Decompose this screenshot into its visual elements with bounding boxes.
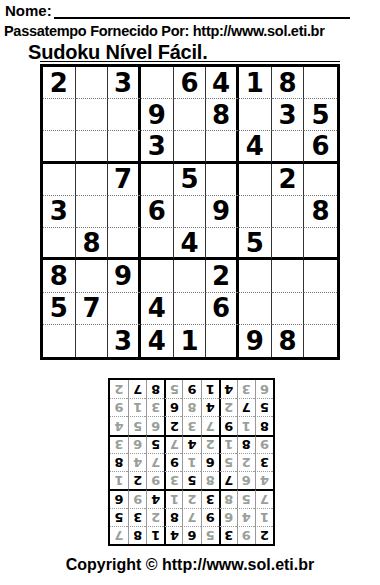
solution-cell: 9 xyxy=(255,435,273,453)
solution-cell: 9 xyxy=(182,380,200,398)
solution-cell: 7 xyxy=(128,380,146,398)
solution-cell: 3 xyxy=(110,435,128,453)
puzzle-cell: 9 xyxy=(206,196,239,228)
solution-cell: 2 xyxy=(128,471,146,489)
solution-cell: 1 xyxy=(146,526,164,544)
solution-cell: 2 xyxy=(237,453,255,471)
puzzle-cell: 8 xyxy=(43,260,76,292)
puzzle-cell xyxy=(76,131,109,163)
puzzle-cell: 1 xyxy=(174,325,207,357)
puzzle-cell xyxy=(272,228,305,260)
solution-cell: 3 xyxy=(237,380,255,398)
solution-cell: 1 xyxy=(255,508,273,526)
puzzle-cell: 5 xyxy=(304,99,337,131)
solution-cell: 8 xyxy=(164,508,182,526)
puzzle-cell xyxy=(43,164,76,196)
solution-cell: 7 xyxy=(219,471,237,489)
solution-cell: 7 xyxy=(110,526,128,544)
solution-cell: 4 xyxy=(146,489,164,507)
puzzle-cell xyxy=(76,196,109,228)
puzzle-cell: 6 xyxy=(141,196,174,228)
puzzle-cell xyxy=(272,293,305,325)
solution-cell: 8 xyxy=(201,471,219,489)
solution-cell: 8 xyxy=(110,453,128,471)
puzzle-cell xyxy=(304,293,337,325)
puzzle-cell xyxy=(76,325,109,357)
provided-by-text: Passatempo Fornecido Por: http://www.sol… xyxy=(4,23,376,39)
puzzle-cell xyxy=(272,131,305,163)
solution-cell: 7 xyxy=(201,416,219,434)
solution-cell: 4 xyxy=(110,416,128,434)
solution-cell: 2 xyxy=(255,526,273,544)
solution-cell: 8 xyxy=(237,435,255,453)
puzzle-cell xyxy=(76,99,109,131)
puzzle-cell xyxy=(304,325,337,357)
solution-cell: 9 xyxy=(237,526,255,544)
puzzle-cell xyxy=(206,131,239,163)
puzzle-cell xyxy=(141,228,174,260)
solution-cell: 3 xyxy=(128,508,146,526)
solution-cell: 5 xyxy=(146,435,164,453)
solution-cell: 2 xyxy=(182,489,200,507)
solution-cell: 6 xyxy=(182,526,200,544)
solution-cell: 5 xyxy=(255,398,273,416)
puzzle-cell xyxy=(239,293,272,325)
puzzle-cell xyxy=(108,228,141,260)
name-label: Nome: xyxy=(5,2,52,19)
puzzle-cell: 8 xyxy=(272,325,305,357)
puzzle-cell xyxy=(76,260,109,292)
solution-cell: 7 xyxy=(146,453,164,471)
puzzle-cell xyxy=(174,99,207,131)
solution-cell: 4 xyxy=(201,398,219,416)
puzzle-cell: 9 xyxy=(239,325,272,357)
solution-cell: 3 xyxy=(146,398,164,416)
solution-cell: 7 xyxy=(237,398,255,416)
puzzle-cell: 8 xyxy=(304,196,337,228)
solution-cell: 6 xyxy=(146,416,164,434)
solution-cell: 9 xyxy=(146,471,164,489)
puzzle-cell: 8 xyxy=(272,67,305,99)
puzzle-cell xyxy=(239,260,272,292)
solution-cell: 1 xyxy=(110,471,128,489)
puzzle-cell: 4 xyxy=(174,228,207,260)
puzzle-cell xyxy=(174,293,207,325)
solution-cell: 3 xyxy=(201,489,219,507)
solution-cell: 9 xyxy=(164,453,182,471)
name-row: Nome: xyxy=(5,2,350,19)
solution-cell: 5 xyxy=(164,380,182,398)
puzzle-cell xyxy=(304,228,337,260)
solution-cell: 4 xyxy=(237,508,255,526)
puzzle-cell: 7 xyxy=(76,293,109,325)
solution-cell: 5 xyxy=(219,453,237,471)
title-underline xyxy=(40,61,340,62)
solution-cell: 3 xyxy=(255,453,273,471)
puzzle-cell: 4 xyxy=(206,67,239,99)
solution-cell: 3 xyxy=(219,526,237,544)
solution-cell: 5 xyxy=(237,489,255,507)
puzzle-cell: 4 xyxy=(141,325,174,357)
puzzle-cell: 8 xyxy=(206,99,239,131)
solution-cell: 9 xyxy=(110,398,128,416)
solution-cell: 4 xyxy=(128,453,146,471)
solution-cell: 2 xyxy=(146,508,164,526)
solution-cell: 3 xyxy=(164,471,182,489)
puzzle-cell xyxy=(108,99,141,131)
solution-cell: 9 xyxy=(219,416,237,434)
solution-cell: 8 xyxy=(128,526,146,544)
puzzle-cell xyxy=(76,67,109,99)
puzzle-cell: 6 xyxy=(304,131,337,163)
puzzle-cell xyxy=(43,325,76,357)
solution-cell: 5 xyxy=(201,526,219,544)
puzzle-cell xyxy=(108,131,141,163)
solution-cell: 7 xyxy=(255,489,273,507)
puzzle-cell: 2 xyxy=(272,164,305,196)
puzzle-cell: 2 xyxy=(43,67,76,99)
solution-cell: 1 xyxy=(219,435,237,453)
puzzle-cell xyxy=(43,99,76,131)
solution-cell: 6 xyxy=(128,435,146,453)
puzzle-cell: 3 xyxy=(272,99,305,131)
puzzle-cell: 5 xyxy=(239,228,272,260)
solution-cell: 4 xyxy=(255,471,273,489)
puzzle-cell: 9 xyxy=(141,99,174,131)
copyright-text: Copyright © http://www.sol.eti.br xyxy=(0,556,380,574)
solution-cell: 4 xyxy=(219,380,237,398)
puzzle-cell: 7 xyxy=(108,164,141,196)
puzzle-cell xyxy=(141,164,174,196)
solution-cell: 6 xyxy=(219,508,237,526)
puzzle-cell xyxy=(206,325,239,357)
solution-cell: 6 xyxy=(237,471,255,489)
solution-cell: 6 xyxy=(110,489,128,507)
puzzle-cell: 5 xyxy=(174,164,207,196)
solution-cell: 5 xyxy=(182,471,200,489)
solution-cell: 1 xyxy=(201,380,219,398)
solution-cell: 2 xyxy=(201,435,219,453)
puzzle-cell xyxy=(174,260,207,292)
puzzle-cell xyxy=(239,164,272,196)
puzzle-cell xyxy=(108,293,141,325)
solution-cell: 8 xyxy=(255,416,273,434)
solution-cell: 1 xyxy=(128,398,146,416)
puzzle-cell: 9 xyxy=(108,260,141,292)
solution-cell: 1 xyxy=(182,453,200,471)
puzzle-cell: 1 xyxy=(239,67,272,99)
puzzle-cell xyxy=(304,260,337,292)
solution-cell: 1 xyxy=(164,489,182,507)
puzzle-cell xyxy=(141,67,174,99)
solution-cell: 5 xyxy=(110,508,128,526)
puzzle-cell: 6 xyxy=(206,293,239,325)
puzzle-cell: 5 xyxy=(43,293,76,325)
puzzle-cell xyxy=(108,196,141,228)
solution-cell: 2 xyxy=(219,398,237,416)
solution-cell: 4 xyxy=(164,526,182,544)
solution-cell: 6 xyxy=(201,453,219,471)
puzzle-cell xyxy=(239,99,272,131)
puzzle-cell: 3 xyxy=(108,325,141,357)
page: Nome: Passatempo Fornecido Por: http://w… xyxy=(0,0,380,585)
puzzle-cell xyxy=(43,228,76,260)
puzzle-cell: 3 xyxy=(43,196,76,228)
solution-cell: 5 xyxy=(128,416,146,434)
solution-cell: 2 xyxy=(110,380,128,398)
puzzle-cell: 4 xyxy=(239,131,272,163)
solution-cell: 7 xyxy=(164,435,182,453)
solution-cell: 6 xyxy=(164,398,182,416)
puzzle-cell: 3 xyxy=(141,131,174,163)
solution-grid: 2935641871469782357583214964678539213256… xyxy=(108,378,275,546)
solution-cell: 3 xyxy=(182,416,200,434)
puzzle-cell xyxy=(174,196,207,228)
puzzle-cell: 8 xyxy=(76,228,109,260)
puzzle-cell xyxy=(174,131,207,163)
solution-cell: 8 xyxy=(219,489,237,507)
puzzle-cell: 6 xyxy=(174,67,207,99)
name-blank-line xyxy=(54,5,350,19)
solution-cell: 1 xyxy=(237,416,255,434)
puzzle-cell: 3 xyxy=(108,67,141,99)
solution-cell: 6 xyxy=(255,380,273,398)
puzzle-cell xyxy=(141,260,174,292)
solution-cell: 8 xyxy=(182,398,200,416)
puzzle-cell: 4 xyxy=(141,293,174,325)
puzzle-cell xyxy=(272,260,305,292)
puzzle-grid: 23641898353467523698845892574634198 xyxy=(40,64,340,360)
puzzle-cell xyxy=(206,228,239,260)
solution-cell: 8 xyxy=(146,380,164,398)
puzzle-cell: 2 xyxy=(206,260,239,292)
solution-cell: 2 xyxy=(164,416,182,434)
puzzle-cell xyxy=(206,164,239,196)
puzzle-cell xyxy=(304,164,337,196)
puzzle-cell xyxy=(304,67,337,99)
solution-cell: 9 xyxy=(201,508,219,526)
puzzle-cell xyxy=(43,131,76,163)
solution-cell: 7 xyxy=(182,508,200,526)
puzzle-cell xyxy=(272,196,305,228)
puzzle-cell xyxy=(239,196,272,228)
solution-cell: 9 xyxy=(128,489,146,507)
solution-cell: 4 xyxy=(182,435,200,453)
puzzle-cell xyxy=(76,164,109,196)
